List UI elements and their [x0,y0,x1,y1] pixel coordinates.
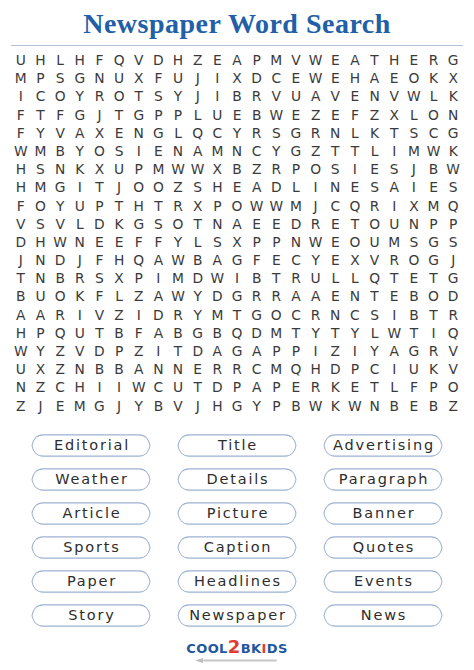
grid-cell: B [109,360,129,378]
grid-cell: M [424,197,444,215]
grid-cell: P [31,324,51,342]
grid-cell: R [384,251,404,269]
word-box: Story [31,602,151,629]
grid-cell: I [404,178,424,196]
grid-cell: T [90,178,110,196]
grid-cell: Y [70,87,90,105]
grid-cell: N [365,397,385,415]
grid-cell: L [70,215,90,233]
grid-cell: A [70,124,90,142]
grid-cell: B [50,269,70,287]
grid-cell: I [208,69,228,87]
grid-cell: E [404,397,424,415]
grid-cell: I [70,306,90,324]
grid-cell: S [404,233,424,251]
grid-cell: C [286,251,306,269]
grid-cell: E [227,106,247,124]
grid-cell: Y [188,287,208,305]
grid-cell: E [266,215,286,233]
grid-cell: W [306,69,326,87]
grid-cell: S [31,160,51,178]
grid-cell: I [90,378,110,396]
grid-cell: Y [345,324,365,342]
grid-cell: O [306,160,326,178]
grid-cell: K [443,87,463,105]
grid-cell: Q [286,360,306,378]
grid-cell: J [109,178,129,196]
grid-cell: X [345,251,365,269]
grid-cell: H [306,360,326,378]
grid-cell: A [149,251,169,269]
grid-cell: L [188,106,208,124]
word-box: Details [177,466,297,493]
grid-cell: E [325,287,345,305]
grid-cell: G [247,306,267,324]
grid-cell: P [266,378,286,396]
grid-cell: W [208,269,228,287]
grid-cell: Z [365,106,385,124]
grid-cell: A [188,142,208,160]
grid-cell: E [384,69,404,87]
word-bank-column: Title Details Picture Caption Headlines … [177,432,297,629]
grid-cell: S [149,215,169,233]
grid-cell: R [306,215,326,233]
grid-cell: H [11,160,31,178]
grid-cell: G [424,251,444,269]
grid-cell: X [109,269,129,287]
grid-cell: V [129,51,149,69]
grid-cell: R [266,287,286,305]
grid-cell: D [11,233,31,251]
grid-cell: U [109,160,129,178]
grid-cell: V [70,342,90,360]
grid-cell: D [90,215,110,233]
grid-cell: E [109,124,129,142]
grid-cell: K [443,142,463,160]
grid-cell: D [188,269,208,287]
grid-cell: G [227,342,247,360]
grid-cell: V [50,215,70,233]
grid-cell: Y [266,142,286,160]
grid-cell: K [70,287,90,305]
grid-cell: N [404,215,424,233]
grid-cell: B [227,87,247,105]
grid-cell: P [443,215,463,233]
grid-cell: T [384,124,404,142]
word-label: Paper [31,568,151,595]
grid-cell: T [129,87,149,105]
grid-cell: C [149,378,169,396]
grid-cell: D [188,342,208,360]
grid-cell: Q [188,124,208,142]
grid-cell: T [365,51,385,69]
grid-cell: O [50,287,70,305]
grid-cell: P [424,378,444,396]
grid-cell: L [168,124,188,142]
grid-cell: W [50,233,70,251]
grid-cell: K [109,215,129,233]
grid-cell: A [227,215,247,233]
grid-cell: L [365,142,385,160]
grid-cell: E [325,215,345,233]
word-label: Headlines [177,568,297,595]
grid-cell: F [404,378,424,396]
grid-cell: O [443,378,463,396]
grid-cell: D [247,324,267,342]
grid-cell: M [404,142,424,160]
grid-cell: X [227,69,247,87]
grid-cell: O [424,106,444,124]
word-label: Details [177,466,297,493]
grid-cell: K [424,69,444,87]
grid-cell: Z [188,51,208,69]
word-label: Weather [31,466,151,493]
grid-cell: P [129,160,149,178]
grid-cell: S [188,178,208,196]
grid-cell: P [208,197,228,215]
word-box: Banner [323,500,443,527]
word-label: Caption [177,534,297,561]
grid-cell: X [384,106,404,124]
grid-cell: S [443,178,463,196]
grid-cell: W [404,87,424,105]
grid-cell: Z [129,342,149,360]
word-box: Editorial [31,432,151,459]
grid-cell: F [11,124,31,142]
grid-cell: N [227,142,247,160]
grid-cell: O [345,233,365,251]
grid-cell: A [306,87,326,105]
grid-cell: B [50,142,70,160]
grid-cell: N [149,360,169,378]
grid-cell: U [208,106,228,124]
grid-cell: A [306,287,326,305]
grid-cell: U [384,215,404,233]
grid-cell: O [129,178,149,196]
grid-cell: J [70,251,90,269]
grid-cell: L [424,87,444,105]
grid-cell: R [247,124,267,142]
grid-cell: T [424,306,444,324]
grid-cell: P [168,106,188,124]
grid-cell: S [325,160,345,178]
grid-cell: G [70,106,90,124]
grid-cell: E [188,360,208,378]
grid-cell: X [31,360,51,378]
grid-cell: E [384,287,404,305]
grid-cell: Z [50,342,70,360]
grid-cell: W [345,397,365,415]
grid-cell: V [443,360,463,378]
grid-cell: M [266,51,286,69]
grid-cell: R [168,306,188,324]
grid-cell: G [286,124,306,142]
word-label: Picture [177,500,297,527]
grid-cell: A [227,51,247,69]
grid-cell: L [345,269,365,287]
grid-cell: G [424,233,444,251]
grid-cell: U [70,197,90,215]
word-bank: Editorial Weather Article Sports Paper S… [0,415,474,629]
grid-cell: W [11,142,31,160]
grid-cell: I [345,160,365,178]
grid-cell: Q [109,51,129,69]
grid-cell: S [50,69,70,87]
grid-cell: I [129,306,149,324]
grid-cell: L [345,124,365,142]
logo-part-2: 2 [228,638,241,656]
grid-cell: E [149,142,169,160]
grid-cell: I [384,197,404,215]
grid-cell: W [188,160,208,178]
grid-cell: E [266,251,286,269]
grid-cell: L [188,233,208,251]
grid-cell: S [208,233,228,251]
grid-cell: W [443,160,463,178]
grid-cell: H [109,251,129,269]
grid-cell: A [208,251,228,269]
grid-cell: P [424,215,444,233]
grid-cell: I [129,142,149,160]
grid-cell: O [90,142,110,160]
grid-cell: L [325,269,345,287]
grid-cell: B [188,251,208,269]
grid-cell: G [443,51,463,69]
grid-cell: Y [50,197,70,215]
grid-cell: T [90,324,110,342]
grid-cell: Z [443,397,463,415]
grid-cell: O [266,306,286,324]
grid-cell: U [109,69,129,87]
grid-cell: T [286,324,306,342]
grid-cell: N [129,124,149,142]
grid-cell: R [247,87,267,105]
grid-cell: T [149,197,169,215]
grid-cell: B [11,287,31,305]
grid-cell: Z [50,360,70,378]
grid-cell: Q [50,324,70,342]
grid-cell: T [168,342,188,360]
grid-cell: E [325,233,345,251]
grid-cell: A [31,306,51,324]
grid-cell: I [70,178,90,196]
grid-cell: M [266,360,286,378]
grid-cell: O [227,197,247,215]
word-box: News [323,602,443,629]
grid-cell: S [443,233,463,251]
grid-cell: D [208,378,228,396]
grid-cell: D [50,251,70,269]
word-box: Caption [177,534,297,561]
grid-cell: R [424,51,444,69]
grid-cell: S [31,215,51,233]
grid-cell: J [443,251,463,269]
grid-cell: Z [31,378,51,396]
word-label: Article [31,500,151,527]
grid-cell: T [109,106,129,124]
grid-cell: W [384,324,404,342]
grid-cell: S [384,160,404,178]
grid-cell: G [188,324,208,342]
word-box: Newspaper [177,602,297,629]
grid-cell: K [325,378,345,396]
grid-cell: G [227,397,247,415]
grid-cell: B [149,397,169,415]
grid-cell: A [149,324,169,342]
grid-cell: V [286,51,306,69]
grid-cell: Y [227,124,247,142]
grid-cell: U [286,87,306,105]
grid-cell: W [266,106,286,124]
grid-cell: B [404,306,424,324]
grid-cell: T [384,269,404,287]
word-label: Quotes [323,534,443,561]
grid-cell: X [90,124,110,142]
grid-cell: S [149,87,169,105]
grid-cell: T [227,306,247,324]
grid-cell: Z [109,306,129,324]
logo: COOL2BKIDS [0,638,474,664]
grid-cell: R [90,87,110,105]
grid-cell: G [227,251,247,269]
grid-cell: V [90,306,110,324]
grid-cell: E [109,233,129,251]
grid-cell: W [247,197,267,215]
grid-cell: R [50,306,70,324]
grid-cell: P [286,342,306,360]
grid-cell: V [266,87,286,105]
grid-cell: W [11,342,31,360]
grid-cell: U [70,324,90,342]
word-box: Sports [31,534,151,561]
grid-cell: N [168,142,188,160]
grid-cell: G [286,142,306,160]
word-box: Headlines [177,568,297,595]
grid-cell: M [70,397,90,415]
grid-cell: T [365,378,385,396]
grid-cell: X [404,197,424,215]
grid-cell: D [325,360,345,378]
grid-cell: B [247,106,267,124]
grid-cell: A [208,342,228,360]
grid-cell: G [227,287,247,305]
grid-cell: M [31,178,51,196]
grid-cell: N [11,378,31,396]
logo-part-ds: DS [267,642,288,655]
grid-cell: B [168,324,188,342]
grid-cell: T [325,324,345,342]
grid-cell: F [90,287,110,305]
grid-cell: J [188,87,208,105]
grid-cell: B [109,324,129,342]
word-label: Advertising [323,432,443,459]
grid-cell: N [325,306,345,324]
grid-cell: H [384,51,404,69]
grid-cell: R [266,160,286,178]
grid-cell: T [345,142,365,160]
grid-cell: Y [168,233,188,251]
grid-cell: A [286,287,306,305]
grid-cell: F [50,106,70,124]
grid-cell: N [31,269,51,287]
grid-cell: V [168,397,188,415]
grid-cell: F [11,197,31,215]
grid-cell: I [109,378,129,396]
grid-cell: B [247,269,267,287]
grid-cell: A [247,378,267,396]
grid-cell: N [365,87,385,105]
grid-cell: F [247,251,267,269]
grid-cell: M [149,160,169,178]
grid-cell: R [168,197,188,215]
grid-cell: Y [31,342,51,360]
grid-cell: J [188,397,208,415]
grid-cell: E [286,106,306,124]
grid-cell: Z [129,287,149,305]
grid-cell: W [168,287,188,305]
grid-cell: N [443,106,463,124]
grid-cell: C [365,360,385,378]
grid-cell: O [168,215,188,233]
grid-cell: Q [443,197,463,215]
grid-cell: H [11,324,31,342]
grid-cell: M [11,69,31,87]
grid-cell: I [384,360,404,378]
grid-cell: N [208,215,228,233]
grid-cell: C [286,306,306,324]
grid-cell: E [345,178,365,196]
grid-cell: W [129,378,149,396]
grid-cell: Y [306,251,326,269]
grid-cell: F [149,233,169,251]
word-label: Title [177,432,297,459]
grid-cell: K [365,124,385,142]
grid-cell: O [365,215,385,233]
grid-cell: X [129,69,149,87]
grid-cell: B [286,397,306,415]
grid-cell: R [286,269,306,287]
word-box: Quotes [323,534,443,561]
grid-cell: S [90,269,110,287]
grid-cell: H [208,397,228,415]
grid-cell: E [325,106,345,124]
grid-cell: A [149,287,169,305]
word-label: News [323,602,443,629]
grid-cell: I [149,342,169,360]
word-box: Title [177,432,297,459]
pencil-underline-icon [194,657,280,664]
grid-cell: N [325,124,345,142]
grid-cell: H [345,69,365,87]
grid-cell: C [424,124,444,142]
grid-cell: G [149,124,169,142]
grid-cell: F [90,251,110,269]
grid-cell: A [384,178,404,196]
grid-cell: P [345,360,365,378]
grid-cell: V [443,342,463,360]
grid-cell: R [424,342,444,360]
grid-cell: Y [306,324,326,342]
grid-cell: Y [365,342,385,360]
grid-cell: Y [70,142,90,160]
grid-cell: I [208,87,228,105]
grid-cell: B [90,360,110,378]
grid-cell: O [50,87,70,105]
grid-cell: E [50,397,70,415]
grid-cell: W [266,197,286,215]
grid-cell: L [286,178,306,196]
grid-cell: A [247,178,267,196]
